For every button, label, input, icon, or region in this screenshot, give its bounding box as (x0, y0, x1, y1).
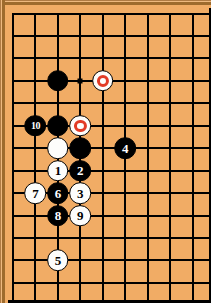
stone-white-3: 3 (70, 182, 92, 204)
stone-black-6: 6 (47, 182, 69, 204)
grid-hline (12, 35, 211, 37)
stone-black-r6c3 (47, 115, 69, 137)
grid-hline (12, 237, 211, 239)
grid-hline (12, 215, 211, 217)
stone-black-r7c4 (70, 137, 92, 159)
move-number-label: 8 (55, 210, 62, 223)
stone-black-8: 8 (47, 205, 69, 227)
go-board-diagram: 10412763895 (0, 0, 211, 303)
move-number-label: 10 (31, 121, 40, 131)
stone-white-1: 1 (47, 160, 69, 182)
move-number-label: 5 (55, 254, 62, 267)
stone-white-r4c5 (92, 70, 114, 92)
hoshi-star-point (78, 78, 83, 83)
grid-hline (12, 170, 211, 172)
stone-white-r7c3 (47, 137, 69, 159)
board-edge-left-frame (0, 0, 5, 303)
stone-black-10: 10 (25, 115, 47, 137)
grid-hline (12, 57, 211, 59)
move-number-label: 4 (122, 142, 129, 155)
stone-black-r4c3 (47, 70, 69, 92)
circle-mark-icon (74, 120, 87, 133)
grid-hline (12, 102, 211, 104)
move-number-label: 3 (77, 187, 84, 200)
grid-hline (12, 282, 211, 284)
stone-white-9: 9 (70, 205, 92, 227)
stone-white-5: 5 (47, 250, 69, 272)
move-number-label: 1 (55, 165, 62, 178)
move-number-label: 7 (32, 187, 39, 200)
stone-white-r6c4 (70, 115, 92, 137)
move-number-label: 6 (55, 187, 62, 200)
stone-white-7: 7 (25, 182, 47, 204)
grid-hline (12, 259, 211, 261)
grid-hline (12, 13, 211, 15)
move-number-label: 9 (77, 210, 84, 223)
grid-hline (12, 147, 211, 149)
board-edge-top-frame (0, 0, 211, 5)
move-number-label: 2 (77, 165, 84, 178)
clipped-grid-line-right (209, 8, 212, 303)
stone-black-2: 2 (70, 160, 92, 182)
stone-black-4: 4 (114, 137, 136, 159)
circle-mark-icon (97, 75, 110, 88)
